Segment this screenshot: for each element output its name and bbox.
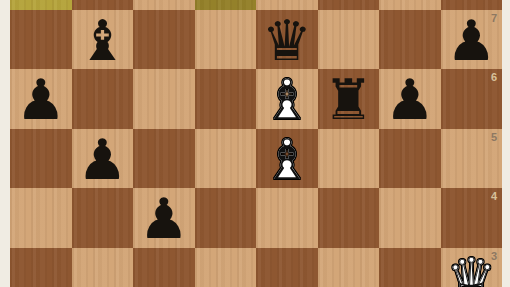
square-f6[interactable]: ♜ [318,69,380,129]
piece-black-pawn[interactable]: ♟ [72,129,134,189]
square-c6[interactable] [133,69,195,129]
piece-black-rook[interactable]: ♜ [195,0,257,10]
piece-black-pawn[interactable]: ♟ [10,69,72,129]
square-d8[interactable]: ♜ [195,0,257,10]
square-e4[interactable] [256,188,318,248]
square-b7[interactable]: ♝ [72,10,134,70]
black-pawn-glyph: ♟ [379,69,441,129]
black-queen-glyph: ♛ [256,10,318,70]
square-a5[interactable] [10,129,72,189]
black-rook-glyph: ♜ [195,0,257,10]
square-f7[interactable] [318,10,380,70]
rank-label-5: 5 [491,131,497,143]
square-c3[interactable] [133,248,195,287]
rank-label-6: 6 [491,71,497,83]
square-a8[interactable] [10,0,72,10]
piece-black-queen[interactable]: ♛ [256,10,318,70]
white-bishop-outline: ♗ [256,129,318,189]
square-b6[interactable] [72,69,134,129]
piece-black-pawn[interactable]: ♟ [133,188,195,248]
square-g5[interactable] [379,129,441,189]
square-e3[interactable] [256,248,318,287]
square-g3[interactable] [379,248,441,287]
square-g8[interactable] [379,0,441,10]
square-d5[interactable] [195,129,257,189]
square-e5[interactable]: ♝♗ [256,129,318,189]
square-b4[interactable] [72,188,134,248]
square-e6[interactable]: ♝♗ [256,69,318,129]
square-c7[interactable] [133,10,195,70]
piece-black-bishop[interactable]: ♝ [72,10,134,70]
square-f5[interactable] [318,129,380,189]
black-pawn-glyph: ♟ [72,129,134,189]
square-a3[interactable] [10,248,72,287]
square-h6[interactable]: 6 [441,69,503,129]
square-a6[interactable]: ♟ [10,69,72,129]
square-c8[interactable] [133,0,195,10]
square-e7[interactable]: ♛ [256,10,318,70]
square-d7[interactable] [195,10,257,70]
square-h7[interactable]: 7♟ [441,10,503,70]
square-c5[interactable] [133,129,195,189]
square-a4[interactable] [10,188,72,248]
square-g7[interactable] [379,10,441,70]
square-b5[interactable]: ♟ [72,129,134,189]
piece-white-bishop[interactable]: ♝♗ [256,69,318,129]
chess-board: ♜8♚♝♛7♟♟♝♗♜♟6♟♝♗5♟43♛♕21 [10,0,502,287]
rank-label-3: 3 [491,250,497,262]
black-rook-glyph: ♜ [318,69,380,129]
black-pawn-glyph: ♟ [133,188,195,248]
square-g4[interactable] [379,188,441,248]
square-h3[interactable]: 3♛♕ [441,248,503,287]
square-h4[interactable]: 4 [441,188,503,248]
square-b3[interactable] [72,248,134,287]
square-d3[interactable] [195,248,257,287]
rank-label-7: 7 [491,12,497,24]
piece-black-rook[interactable]: ♜ [318,69,380,129]
piece-white-bishop[interactable]: ♝♗ [256,129,318,189]
black-bishop-glyph: ♝ [72,10,134,70]
white-bishop-outline: ♗ [256,69,318,129]
square-f3[interactable] [318,248,380,287]
black-pawn-glyph: ♟ [10,69,72,129]
square-g6[interactable]: ♟ [379,69,441,129]
square-f8[interactable] [318,0,380,10]
rank-label-4: 4 [491,190,497,202]
square-f4[interactable] [318,188,380,248]
square-d4[interactable] [195,188,257,248]
square-h5[interactable]: 5 [441,129,503,189]
square-c4[interactable]: ♟ [133,188,195,248]
square-d6[interactable] [195,69,257,129]
square-a7[interactable] [10,10,72,70]
piece-black-pawn[interactable]: ♟ [379,69,441,129]
